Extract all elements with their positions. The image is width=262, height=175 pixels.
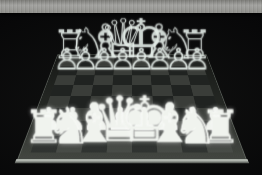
- square-h7[interactable]: ♙: [186, 66, 207, 75]
- piece-black-pawn[interactable]: ♙: [184, 45, 211, 75]
- square-h1[interactable]: ♜: [204, 136, 234, 152]
- board-glass-edge: [15, 159, 250, 163]
- board-perspective-wrapper: ♖♘♗♕♔♗♘♖♙♙♙♙♙♙♙♙♟♟♟♟♟♟♟♟♜♞♝♛♚♝♞♜: [0, 0, 262, 175]
- photo-scene: ♖♘♗♕♔♗♘♖♙♙♙♙♙♙♙♙♟♟♟♟♟♟♟♟♜♞♝♛♚♝♞♜: [0, 0, 262, 175]
- square-g6[interactable]: [169, 75, 190, 85]
- piece-white-rook[interactable]: ♜: [200, 105, 241, 151]
- chess-board[interactable]: ♖♘♗♕♔♗♘♖♙♙♙♙♙♙♙♙♟♟♟♟♟♟♟♟♜♞♝♛♚♝♞♜: [17, 55, 247, 160]
- square-h6[interactable]: [188, 75, 210, 85]
